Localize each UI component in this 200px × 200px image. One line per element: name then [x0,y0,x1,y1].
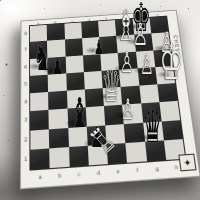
square-f2 [124,122,145,143]
coord-label-f: f [119,15,127,20]
square-f8 [115,19,134,36]
square-e7 [99,36,118,54]
square-f3 [122,104,142,124]
square-a5 [30,74,48,93]
square-e2 [105,124,125,145]
square-b8 [47,24,65,41]
square-a8 [30,25,47,42]
square-h2 [161,120,182,141]
square-f5 [119,68,139,87]
coord-label-f: f [133,167,142,173]
coord-label-b: b [55,173,64,179]
coord-label-h: h [153,12,161,17]
square-h7 [151,32,171,50]
square-h4 [157,83,178,102]
brand-text: CHESS [173,35,182,57]
square-d2 [86,125,106,146]
coord-label-c: c [75,171,84,177]
square-c1 [68,145,88,166]
coord-label-c: c [68,18,76,23]
square-f7 [116,35,135,53]
square-e1 [107,143,128,164]
square-b1 [49,147,69,168]
coord-label-g: g [136,13,144,18]
square-h8 [149,17,168,34]
square-e6 [100,52,119,70]
square-g3 [141,102,162,122]
coord-label-e: e [114,169,123,175]
square-d5 [84,71,103,90]
square-e5 [101,69,120,88]
coord-label-6: 6 [22,64,30,69]
square-a4 [30,92,49,111]
square-d6 [83,54,102,72]
square-b6 [48,56,66,74]
square-d8 [81,21,99,38]
coord-label-a: a [36,174,45,180]
square-h5 [155,66,175,85]
square-c7 [65,38,83,56]
square-e3 [104,105,124,125]
square-g4 [139,84,159,103]
square-f4 [121,86,141,105]
coord-label-7: 7 [22,48,30,53]
square-a1 [30,148,49,169]
coord-label-5: 5 [22,81,30,86]
square-c3 [67,108,86,128]
square-b2 [49,128,68,149]
square-h6 [153,49,173,67]
chess-board: CHESS ✦ aa8bb7cc6dd5ee4ff3gg2hh1 [20,10,200,190]
coord-label-4: 4 [22,99,30,105]
square-d7 [82,37,100,55]
square-f6 [118,51,137,69]
coord-label-d: d [94,170,103,176]
compass-star-icon: ✦ [183,157,193,169]
board-grid [30,17,185,170]
coord-label-8: 8 [22,31,30,36]
square-e4 [103,87,123,106]
square-g6 [135,50,155,68]
square-g2 [143,121,164,142]
square-c2 [68,126,88,147]
square-g5 [137,67,157,86]
square-h3 [159,101,180,121]
square-a7 [30,41,48,59]
square-b7 [47,40,65,58]
coord-label-1: 1 [22,156,30,162]
square-d1 [88,144,108,165]
coord-label-g: g [152,166,161,172]
coord-label-a: a [34,20,42,25]
square-g1 [145,140,166,161]
square-e8 [98,20,116,37]
square-g7 [134,34,153,52]
dust-speckles [0,0,1,1]
coord-label-2: 2 [22,136,30,142]
square-g8 [132,18,151,35]
square-c4 [66,89,85,108]
coord-label-d: d [85,17,93,22]
square-c5 [66,72,85,91]
square-d3 [85,106,105,126]
coord-label-h: h [172,165,181,171]
square-b3 [49,109,68,129]
square-a3 [30,110,49,130]
coord-label-3: 3 [22,118,30,124]
square-a2 [30,129,49,150]
square-a6 [30,57,48,75]
coord-label-b: b [51,19,59,24]
square-c8 [64,22,82,39]
coord-label-e: e [102,16,110,21]
square-c6 [65,55,83,73]
square-f1 [126,141,147,162]
square-b4 [48,91,67,110]
square-b5 [48,73,66,92]
square-d4 [85,88,104,107]
